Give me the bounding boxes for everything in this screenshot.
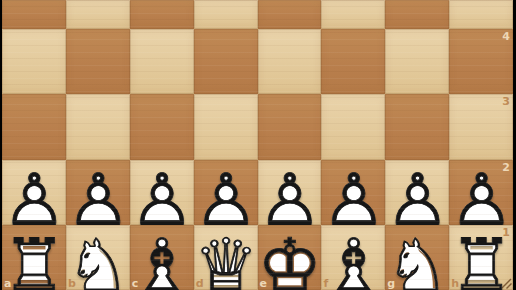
rank-label-3: 3 bbox=[502, 96, 510, 107]
square-c1[interactable]: ♝♗ c bbox=[130, 225, 194, 290]
square-f1[interactable]: ♝♗ f bbox=[321, 225, 385, 290]
square-e4[interactable] bbox=[258, 29, 322, 94]
rank-label-4: 4 bbox=[502, 31, 510, 42]
square-g4[interactable] bbox=[385, 29, 449, 94]
piece-white-pawn-a2[interactable]: ♟♙ bbox=[2, 160, 66, 225]
square-b2[interactable]: ♟♙ bbox=[66, 160, 130, 225]
square-f2[interactable]: ♟♙ bbox=[321, 160, 385, 225]
square-a5[interactable] bbox=[2, 0, 66, 29]
piece-white-bishop-c1[interactable]: ♝♗ bbox=[130, 225, 194, 290]
square-c3[interactable] bbox=[130, 94, 194, 159]
square-e2[interactable]: ♟♙ bbox=[258, 160, 322, 225]
square-a4[interactable] bbox=[2, 29, 66, 94]
piece-white-pawn-c2[interactable]: ♟♙ bbox=[130, 160, 194, 225]
piece-white-king-e1[interactable]: ♚♔ bbox=[258, 225, 322, 290]
piece-white-pawn-g2[interactable]: ♟♙ bbox=[385, 160, 449, 225]
square-a2[interactable]: ♟♙ bbox=[2, 160, 66, 225]
square-g1[interactable]: ♞♘ g bbox=[385, 225, 449, 290]
piece-white-knight-g1[interactable]: ♞♘ bbox=[385, 225, 449, 290]
square-h2[interactable]: 2 ♟♙ bbox=[449, 160, 513, 225]
square-d4[interactable] bbox=[194, 29, 258, 94]
square-b3[interactable] bbox=[66, 94, 130, 159]
square-g3[interactable] bbox=[385, 94, 449, 159]
square-c2[interactable]: ♟♙ bbox=[130, 160, 194, 225]
square-f4[interactable] bbox=[321, 29, 385, 94]
piece-white-queen-d1[interactable]: ♛♕ bbox=[194, 225, 258, 290]
piece-white-pawn-f2[interactable]: ♟♙ bbox=[321, 160, 385, 225]
square-e1[interactable]: ♚♔ e bbox=[258, 225, 322, 290]
square-a1[interactable]: ♜♖ a bbox=[2, 225, 66, 290]
chess-board: 4 3 ♟♙ ♟♙ ♟♙ ♟♙ ♟♙ ♟♙ ♟♙ bbox=[2, 0, 513, 290]
piece-white-pawn-d2[interactable]: ♟♙ bbox=[194, 160, 258, 225]
piece-white-knight-b1[interactable]: ♞♘ bbox=[66, 225, 130, 290]
square-d1[interactable]: ♛♕ d bbox=[194, 225, 258, 290]
square-b1[interactable]: ♞♘ b bbox=[66, 225, 130, 290]
square-c5[interactable] bbox=[130, 0, 194, 29]
square-h5[interactable] bbox=[449, 0, 513, 29]
piece-white-bishop-f1[interactable]: ♝♗ bbox=[321, 225, 385, 290]
piece-white-pawn-h2[interactable]: ♟♙ bbox=[449, 160, 513, 225]
piece-white-pawn-e2[interactable]: ♟♙ bbox=[258, 160, 322, 225]
square-e5[interactable] bbox=[258, 0, 322, 29]
piece-white-rook-a1[interactable]: ♜♖ bbox=[2, 225, 66, 290]
square-d5[interactable] bbox=[194, 0, 258, 29]
square-d2[interactable]: ♟♙ bbox=[194, 160, 258, 225]
square-b5[interactable] bbox=[66, 0, 130, 29]
square-f3[interactable] bbox=[321, 94, 385, 159]
square-g5[interactable] bbox=[385, 0, 449, 29]
piece-white-pawn-b2[interactable]: ♟♙ bbox=[66, 160, 130, 225]
square-a3[interactable] bbox=[2, 94, 66, 159]
square-d3[interactable] bbox=[194, 94, 258, 159]
square-b4[interactable] bbox=[66, 29, 130, 94]
square-c4[interactable] bbox=[130, 29, 194, 94]
square-e3[interactable] bbox=[258, 94, 322, 159]
square-h4[interactable]: 4 bbox=[449, 29, 513, 94]
square-f5[interactable] bbox=[321, 0, 385, 29]
square-h3[interactable]: 3 bbox=[449, 94, 513, 159]
square-g2[interactable]: ♟♙ bbox=[385, 160, 449, 225]
board-resize-handle-icon[interactable] bbox=[499, 276, 512, 289]
video-frame: 4 3 ♟♙ ♟♙ ♟♙ ♟♙ ♟♙ ♟♙ ♟♙ bbox=[0, 0, 516, 290]
